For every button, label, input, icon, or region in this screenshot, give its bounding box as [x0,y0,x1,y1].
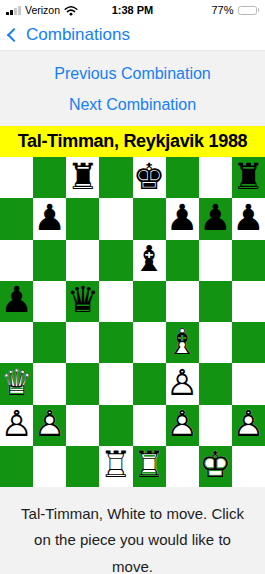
square-f6[interactable] [166,240,199,281]
battery-percent-label: 77% [211,4,233,16]
square-g3[interactable] [199,363,232,404]
status-bar: Verizon 1:38 PM 77% [0,0,265,20]
square-e3[interactable] [133,363,166,404]
square-h2[interactable]: ♟♙ [232,405,265,446]
square-h6[interactable] [232,240,265,281]
wifi-icon [64,5,78,16]
white-bishop-piece[interactable]: ♝♗ [166,322,199,363]
chess-board: ♜♚♜♟♟♟♟♝♟♛♝♗♛♕♟♙♟♙♟♙♟♙♟♙♜♖♜♖♚♔ [0,157,265,487]
square-b3[interactable] [33,363,66,404]
square-c4[interactable] [66,322,99,363]
square-b8[interactable] [33,157,66,198]
cell-signal-icon [6,6,21,15]
white-pawn-piece[interactable]: ♟♙ [166,405,199,446]
square-a2[interactable]: ♟♙ [0,405,33,446]
black-pawn-piece[interactable]: ♟ [33,198,66,239]
square-g5[interactable] [199,281,232,322]
square-a6[interactable] [0,240,33,281]
square-g7[interactable]: ♟ [199,198,232,239]
white-king-piece[interactable]: ♚♔ [199,446,232,487]
square-e2[interactable] [133,405,166,446]
carrier-label: Verizon [25,4,60,16]
next-combination-link[interactable]: Next Combination [69,96,196,114]
square-c7[interactable] [66,198,99,239]
square-f1[interactable] [166,446,199,487]
square-d4[interactable] [99,322,132,363]
white-pawn-piece[interactable]: ♟♙ [33,405,66,446]
square-g2[interactable] [199,405,232,446]
instruction-text: Tal-Timman, White to move. Click on the … [0,501,265,574]
square-f7[interactable]: ♟ [166,198,199,239]
square-e1[interactable]: ♜♖ [133,446,166,487]
square-h7[interactable]: ♟ [232,198,265,239]
square-a8[interactable] [0,157,33,198]
black-pawn-piece[interactable]: ♟ [232,198,265,239]
white-pawn-piece[interactable]: ♟♙ [0,405,33,446]
black-pawn-piece[interactable]: ♟ [166,198,199,239]
square-b1[interactable] [33,446,66,487]
square-e4[interactable] [133,322,166,363]
square-d3[interactable] [99,363,132,404]
square-f5[interactable] [166,281,199,322]
white-pawn-piece[interactable]: ♟♙ [166,363,199,404]
square-f3[interactable]: ♟♙ [166,363,199,404]
clock: 1:38 PM [98,4,167,16]
previous-combination-link[interactable]: Previous Combination [54,65,211,83]
square-d6[interactable] [99,240,132,281]
black-pawn-piece[interactable]: ♟ [199,198,232,239]
square-c8[interactable]: ♜ [66,157,99,198]
black-bishop-piece[interactable]: ♝ [133,240,166,281]
square-d2[interactable] [99,405,132,446]
square-g1[interactable]: ♚♔ [199,446,232,487]
black-pawn-piece[interactable]: ♟ [0,281,33,322]
square-c3[interactable] [66,363,99,404]
square-b4[interactable] [33,322,66,363]
square-h1[interactable] [232,446,265,487]
black-rook-piece[interactable]: ♜ [66,157,99,198]
square-b2[interactable]: ♟♙ [33,405,66,446]
square-f8[interactable] [166,157,199,198]
square-e8[interactable]: ♚ [133,157,166,198]
square-d7[interactable] [99,198,132,239]
square-h5[interactable] [232,281,265,322]
square-c6[interactable] [66,240,99,281]
square-f4[interactable]: ♝♗ [166,322,199,363]
black-queen-piece[interactable]: ♛ [66,281,99,322]
black-king-piece[interactable]: ♚ [133,157,166,198]
white-queen-piece[interactable]: ♛♕ [0,363,33,404]
square-a7[interactable] [0,198,33,239]
combination-title-banner: Tal-Timman, Reykjavik 1988 [0,126,265,157]
square-e7[interactable] [133,198,166,239]
square-f2[interactable]: ♟♙ [166,405,199,446]
black-rook-piece[interactable]: ♜ [232,157,265,198]
square-a5[interactable]: ♟ [0,281,33,322]
battery-icon [238,6,260,15]
back-button-combinations[interactable]: Combinations [26,25,130,45]
square-e6[interactable]: ♝ [133,240,166,281]
square-g6[interactable] [199,240,232,281]
square-e5[interactable] [133,281,166,322]
square-a4[interactable] [0,322,33,363]
square-c1[interactable] [66,446,99,487]
back-chevron-icon[interactable] [7,28,21,42]
square-a1[interactable] [0,446,33,487]
square-d1[interactable]: ♜♖ [99,446,132,487]
square-h8[interactable]: ♜ [232,157,265,198]
square-h3[interactable] [232,363,265,404]
square-b6[interactable] [33,240,66,281]
square-d5[interactable] [99,281,132,322]
square-c2[interactable] [66,405,99,446]
square-g4[interactable] [199,322,232,363]
white-pawn-piece[interactable]: ♟♙ [232,405,265,446]
white-rook-piece[interactable]: ♜♖ [99,446,132,487]
square-a3[interactable]: ♛♕ [0,363,33,404]
square-g8[interactable] [199,157,232,198]
square-c5[interactable]: ♛ [66,281,99,322]
square-h4[interactable] [232,322,265,363]
white-rook-piece[interactable]: ♜♖ [133,446,166,487]
square-b7[interactable]: ♟ [33,198,66,239]
square-b5[interactable] [33,281,66,322]
navigation-bar: Combinations [0,20,265,51]
square-d8[interactable] [99,157,132,198]
